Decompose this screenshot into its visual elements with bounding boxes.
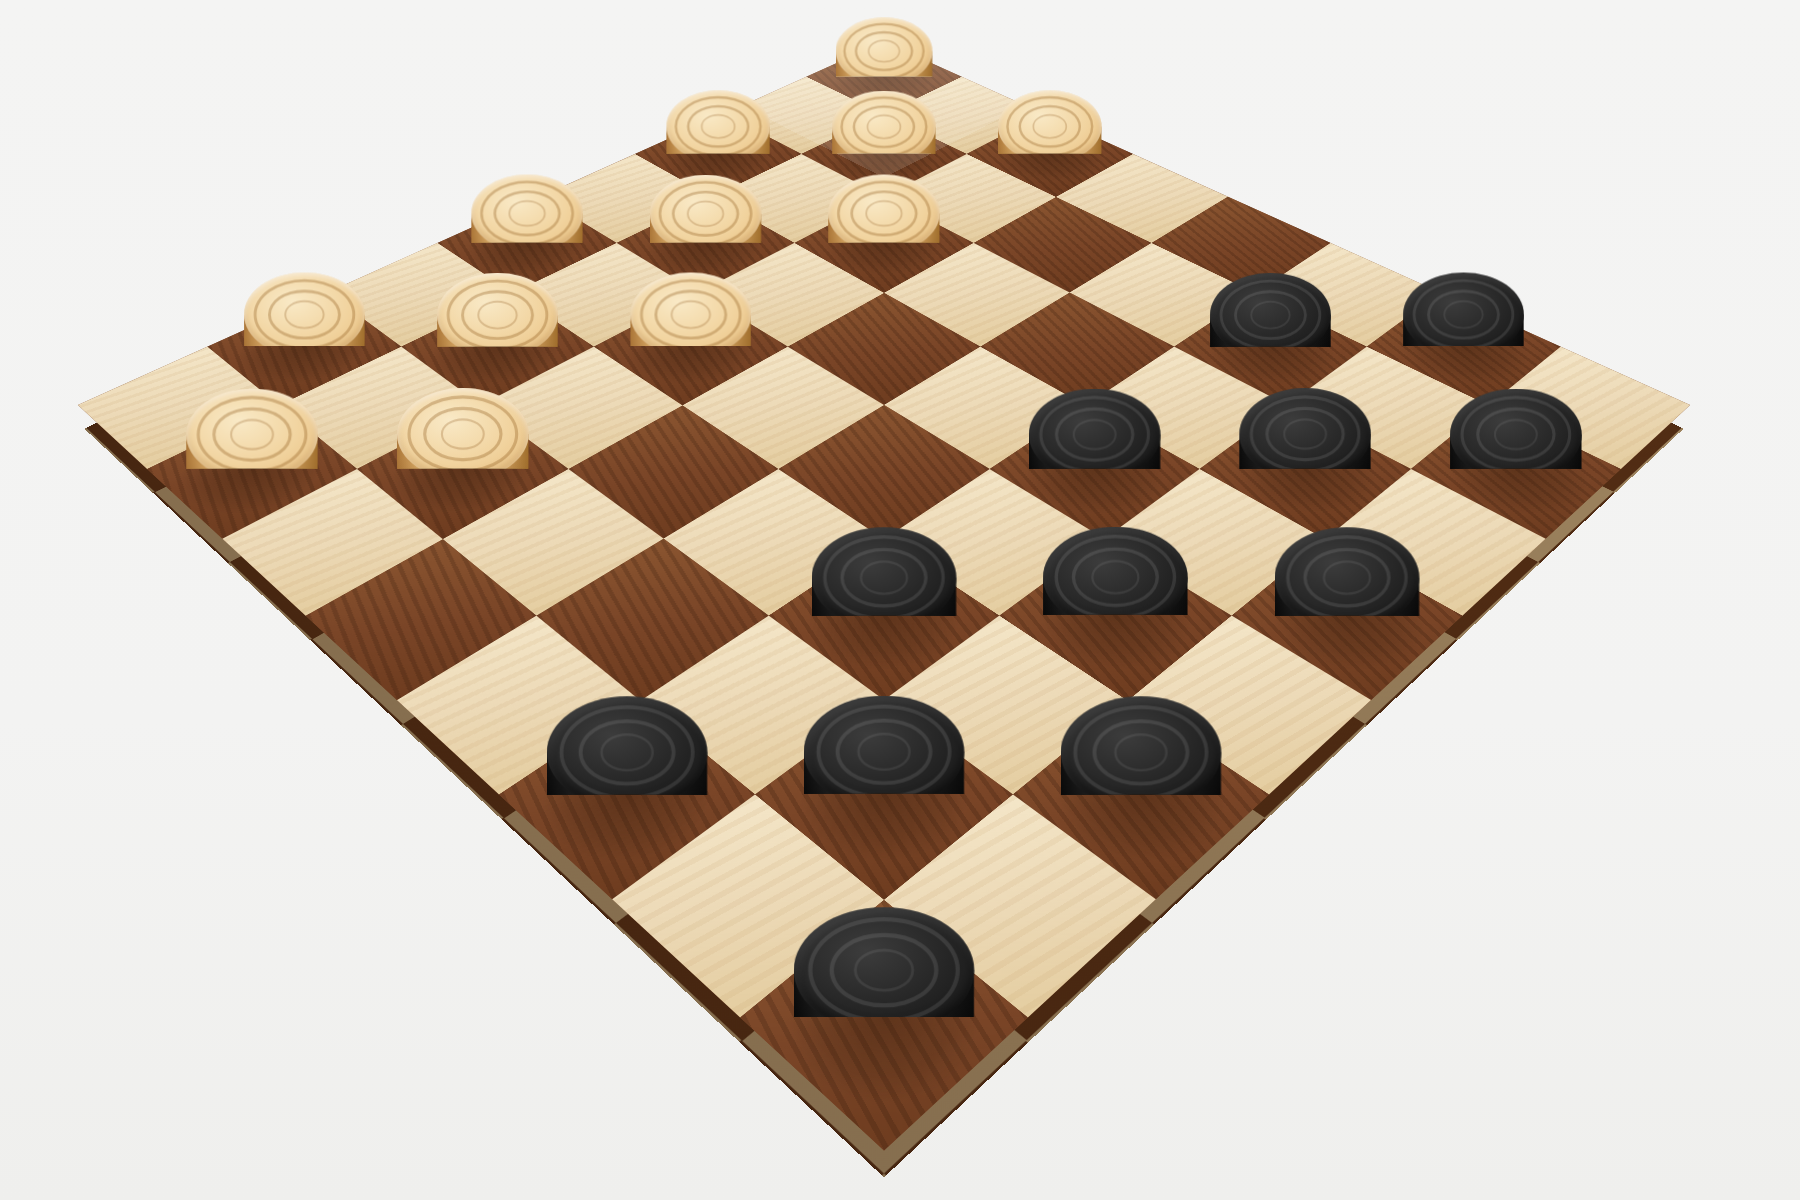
checker-ring <box>440 419 485 450</box>
checker-ring <box>1032 114 1067 139</box>
checker-ring <box>866 114 901 139</box>
checker-ring <box>284 300 325 329</box>
board-square[interactable]: ⛂ <box>768 539 999 700</box>
board-square[interactable]: ⛀ <box>147 405 358 539</box>
checker-ring <box>1283 419 1328 450</box>
checker-ring <box>230 419 275 450</box>
checker-ring <box>1250 300 1291 329</box>
checker-ring <box>865 200 903 227</box>
checker-ring <box>687 200 725 227</box>
checker-ring <box>1072 419 1117 450</box>
checker-ring <box>508 200 546 227</box>
checker-ring <box>853 948 914 991</box>
checker-ring <box>600 733 655 771</box>
photo-backdrop: ⛀⛀⛂⛀⛂⛂⛀⛀⛂⛀⛂⛂⛀⛀⛂⛀⛂⛂⛀⛀⛂⛀⛂⛂ <box>0 0 1800 1200</box>
checker-ring <box>477 300 518 329</box>
checker-ring <box>859 560 908 594</box>
checker-ring <box>868 40 901 63</box>
checker-ring <box>1322 560 1371 594</box>
checker-ring <box>670 300 711 329</box>
checker-ring <box>1493 419 1538 450</box>
checker-ring <box>701 114 736 139</box>
checkers-board: ⛀⛀⛂⛀⛂⛂⛀⛀⛂⛀⛂⛂⛀⛀⛂⛀⛂⛂⛀⛀⛂⛀⛂⛂ <box>78 42 1690 1151</box>
board-grid: ⛀⛀⛂⛀⛂⛂⛀⛀⛂⛀⛂⛂⛀⛀⛂⛀⛂⛂⛀⛀⛂⛀⛂⛂ <box>78 42 1690 1151</box>
checker-ring <box>1443 300 1484 329</box>
checker-ring <box>857 733 912 771</box>
checker-ring <box>1114 733 1169 771</box>
checker-ring <box>1091 560 1140 594</box>
board-square[interactable] <box>787 293 980 405</box>
